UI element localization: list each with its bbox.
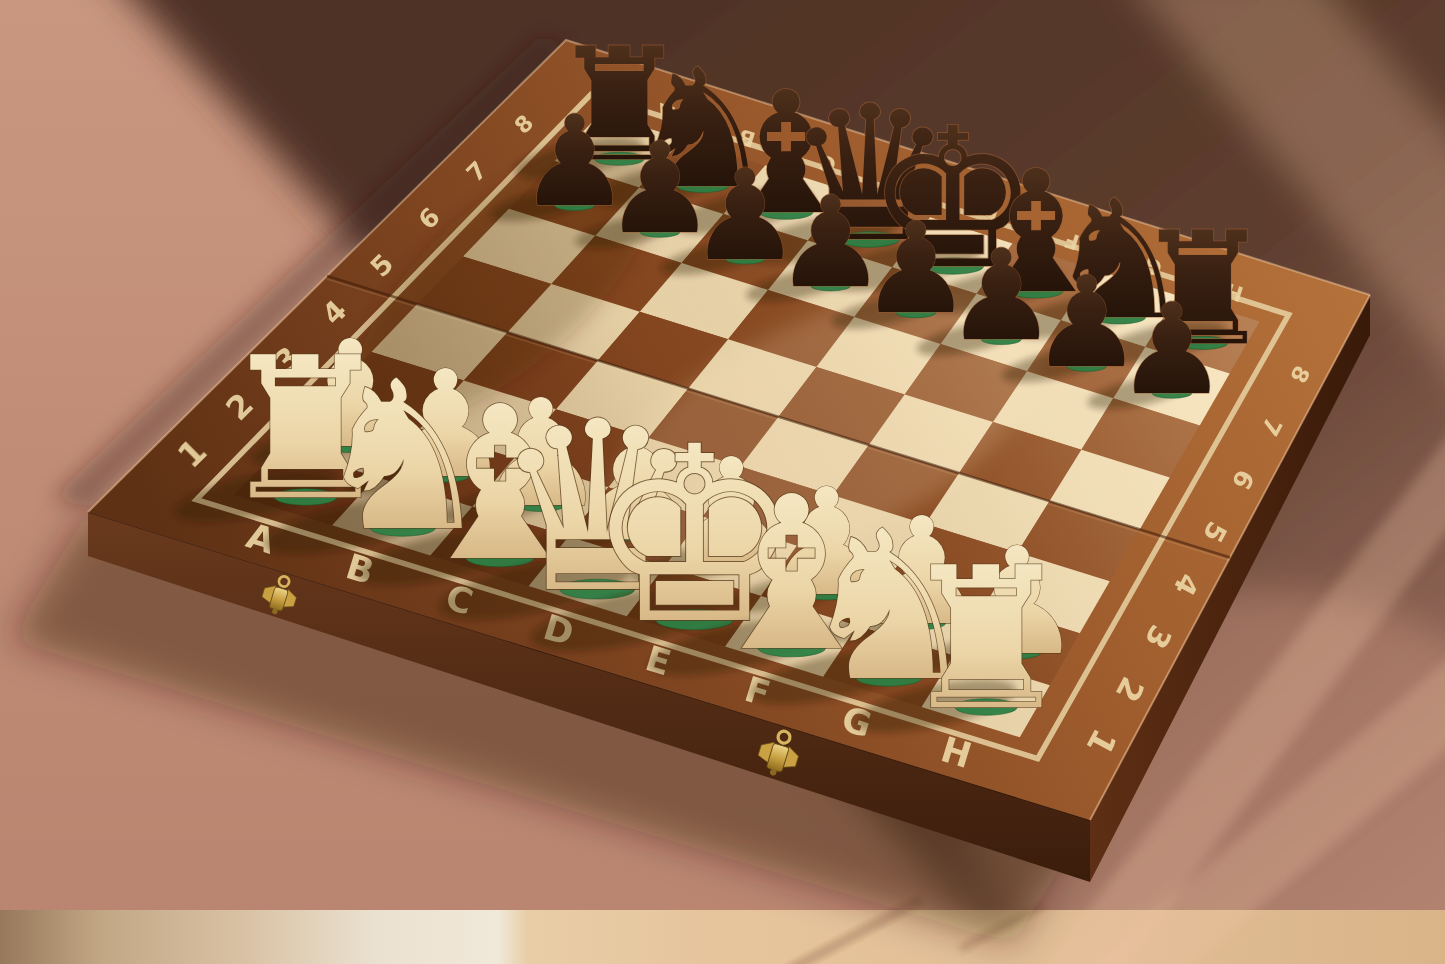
pawn-glyph: ♟ bbox=[1116, 276, 1229, 423]
rook-glyph: ♜ bbox=[898, 525, 1073, 753]
chess-set-photo: AA88BB77CC66DD55EE44FF33GG22HH11♜♞♝♛♚♝♞♜… bbox=[0, 0, 1445, 964]
scene: AA88BB77CC66DD55EE44FF33GG22HH11♜♞♝♛♚♝♞♜… bbox=[0, 0, 1445, 964]
